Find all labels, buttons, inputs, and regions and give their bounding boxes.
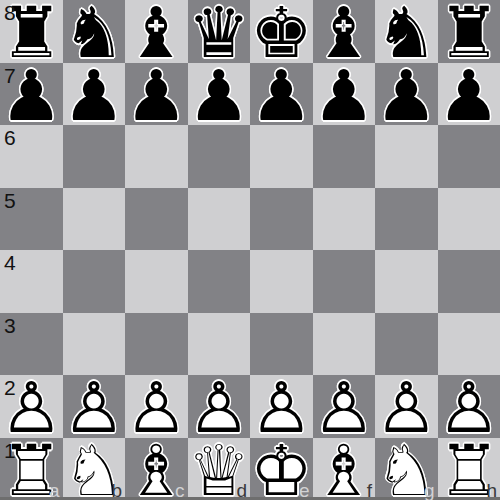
black-bishop-icon[interactable]: ♝♝ <box>125 0 188 63</box>
white-knight-icon[interactable]: ♞♘ <box>375 438 438 500</box>
piece-outline-layer: ♘ <box>63 440 126 500</box>
rank-label-5: 5 <box>4 189 16 213</box>
square-b3[interactable] <box>63 313 126 376</box>
square-f1[interactable]: f♝♗ <box>313 438 376 500</box>
square-a6[interactable]: 6 <box>0 125 63 188</box>
piece-outline-layer: ♞ <box>63 2 126 65</box>
white-pawn-icon[interactable]: ♟♙ <box>313 375 376 438</box>
square-b1[interactable]: b♞♘ <box>63 438 126 500</box>
square-f3[interactable] <box>313 313 376 376</box>
piece-outline-layer: ♙ <box>188 377 251 440</box>
piece-fill-layer: ♝ <box>125 2 188 65</box>
piece-fill-layer: ♟ <box>63 65 126 128</box>
piece-fill-layer: ♟ <box>63 377 126 440</box>
square-e1[interactable]: e♚♔ <box>250 438 313 500</box>
piece-outline-layer: ♙ <box>250 377 313 440</box>
square-c3[interactable] <box>125 313 188 376</box>
black-pawn-icon[interactable]: ♟♟ <box>313 63 376 126</box>
square-d7[interactable]: ♟♟ <box>188 63 251 126</box>
square-c1[interactable]: c♝♗ <box>125 438 188 500</box>
piece-fill-layer: ♜ <box>438 440 500 500</box>
square-e2[interactable]: ♟♙ <box>250 375 313 438</box>
piece-fill-layer: ♞ <box>375 2 438 65</box>
white-pawn-icon[interactable]: ♟♙ <box>63 375 126 438</box>
piece-outline-layer: ♟ <box>438 65 500 128</box>
square-b7[interactable]: ♟♟ <box>63 63 126 126</box>
piece-fill-layer: ♟ <box>125 65 188 128</box>
piece-fill-layer: ♟ <box>313 65 376 128</box>
piece-outline-layer: ♟ <box>125 65 188 128</box>
square-h1[interactable]: h♜♖ <box>438 438 500 500</box>
square-e6[interactable] <box>250 125 313 188</box>
black-queen-icon[interactable]: ♛♛ <box>188 0 251 63</box>
square-h2[interactable]: ♟♙ <box>438 375 500 438</box>
piece-fill-layer: ♝ <box>125 440 188 500</box>
piece-fill-layer: ♟ <box>125 377 188 440</box>
piece-outline-layer: ♗ <box>125 440 188 500</box>
black-pawn-icon[interactable]: ♟♟ <box>63 63 126 126</box>
piece-fill-layer: ♜ <box>0 2 63 65</box>
black-bishop-icon[interactable]: ♝♝ <box>313 0 376 63</box>
piece-outline-layer: ♟ <box>250 65 313 128</box>
square-a1[interactable]: 1a♜♖ <box>0 438 63 500</box>
piece-outline-layer: ♞ <box>375 2 438 65</box>
square-h4[interactable] <box>438 250 500 313</box>
square-g5[interactable] <box>375 188 438 251</box>
black-pawn-icon[interactable]: ♟♟ <box>250 63 313 126</box>
white-pawn-icon[interactable]: ♟♙ <box>438 375 500 438</box>
piece-outline-layer: ♝ <box>125 2 188 65</box>
square-a7[interactable]: 7♟♟ <box>0 63 63 126</box>
white-pawn-icon[interactable]: ♟♙ <box>0 375 63 438</box>
square-f5[interactable] <box>313 188 376 251</box>
square-a8[interactable]: 8♜♜ <box>0 0 63 63</box>
black-pawn-icon[interactable]: ♟♟ <box>188 63 251 126</box>
white-pawn-icon[interactable]: ♟♙ <box>188 375 251 438</box>
piece-fill-layer: ♟ <box>0 377 63 440</box>
piece-fill-layer: ♟ <box>438 377 500 440</box>
square-h5[interactable] <box>438 188 500 251</box>
piece-fill-layer: ♞ <box>375 440 438 500</box>
black-rook-icon[interactable]: ♜♜ <box>438 0 500 63</box>
piece-fill-layer: ♛ <box>188 2 251 65</box>
piece-outline-layer: ♙ <box>313 377 376 440</box>
square-b8[interactable]: ♞♞ <box>63 0 126 63</box>
square-b6[interactable] <box>63 125 126 188</box>
square-g4[interactable] <box>375 250 438 313</box>
square-h8[interactable]: ♜♜ <box>438 0 500 63</box>
square-c2[interactable]: ♟♙ <box>125 375 188 438</box>
square-f4[interactable] <box>313 250 376 313</box>
square-c7[interactable]: ♟♟ <box>125 63 188 126</box>
piece-outline-layer: ♔ <box>250 440 313 500</box>
black-pawn-icon[interactable]: ♟♟ <box>375 63 438 126</box>
white-queen-icon[interactable]: ♛♕ <box>188 438 251 500</box>
piece-fill-layer: ♟ <box>188 377 251 440</box>
square-f6[interactable] <box>313 125 376 188</box>
white-rook-icon[interactable]: ♜♖ <box>0 438 63 500</box>
square-d5[interactable] <box>188 188 251 251</box>
square-h6[interactable] <box>438 125 500 188</box>
piece-fill-layer: ♜ <box>438 2 500 65</box>
square-e3[interactable] <box>250 313 313 376</box>
piece-fill-layer: ♝ <box>313 440 376 500</box>
square-h3[interactable] <box>438 313 500 376</box>
piece-outline-layer: ♟ <box>375 65 438 128</box>
piece-outline-layer: ♜ <box>0 2 63 65</box>
white-pawn-icon[interactable]: ♟♙ <box>375 375 438 438</box>
piece-outline-layer: ♛ <box>188 2 251 65</box>
rank-label-4: 4 <box>4 251 16 275</box>
black-pawn-icon[interactable]: ♟♟ <box>438 63 500 126</box>
square-b2[interactable]: ♟♙ <box>63 375 126 438</box>
square-a3[interactable]: 3 <box>0 313 63 376</box>
square-e4[interactable] <box>250 250 313 313</box>
black-king-icon[interactable]: ♚♚ <box>250 0 313 63</box>
square-d8[interactable]: ♛♛ <box>188 0 251 63</box>
square-e8[interactable]: ♚♚ <box>250 0 313 63</box>
piece-outline-layer: ♙ <box>375 377 438 440</box>
square-d6[interactable] <box>188 125 251 188</box>
white-rook-icon[interactable]: ♜♖ <box>438 438 500 500</box>
square-e7[interactable]: ♟♟ <box>250 63 313 126</box>
piece-outline-layer: ♙ <box>0 377 63 440</box>
piece-outline-layer: ♙ <box>125 377 188 440</box>
white-pawn-icon[interactable]: ♟♙ <box>250 375 313 438</box>
square-a4[interactable]: 4 <box>0 250 63 313</box>
square-c6[interactable] <box>125 125 188 188</box>
square-g2[interactable]: ♟♙ <box>375 375 438 438</box>
square-h7[interactable]: ♟♟ <box>438 63 500 126</box>
piece-fill-layer: ♟ <box>250 65 313 128</box>
square-f2[interactable]: ♟♙ <box>313 375 376 438</box>
piece-fill-layer: ♞ <box>63 440 126 500</box>
square-a2[interactable]: 2♟♙ <box>0 375 63 438</box>
square-c5[interactable] <box>125 188 188 251</box>
black-knight-icon[interactable]: ♞♞ <box>63 0 126 63</box>
square-g1[interactable]: g♞♘ <box>375 438 438 500</box>
square-g6[interactable] <box>375 125 438 188</box>
piece-fill-layer: ♟ <box>188 65 251 128</box>
white-bishop-icon[interactable]: ♝♗ <box>125 438 188 500</box>
square-e5[interactable] <box>250 188 313 251</box>
piece-outline-layer: ♟ <box>188 65 251 128</box>
square-b4[interactable] <box>63 250 126 313</box>
piece-outline-layer: ♜ <box>438 2 500 65</box>
square-f8[interactable]: ♝♝ <box>313 0 376 63</box>
piece-fill-layer: ♟ <box>375 65 438 128</box>
piece-outline-layer: ♘ <box>375 440 438 500</box>
piece-outline-layer: ♖ <box>0 440 63 500</box>
square-d2[interactable]: ♟♙ <box>188 375 251 438</box>
piece-outline-layer: ♟ <box>0 65 63 128</box>
piece-outline-layer: ♟ <box>63 65 126 128</box>
white-knight-icon[interactable]: ♞♘ <box>63 438 126 500</box>
square-d3[interactable] <box>188 313 251 376</box>
square-g7[interactable]: ♟♟ <box>375 63 438 126</box>
square-a5[interactable]: 5 <box>0 188 63 251</box>
square-d1[interactable]: d♛♕ <box>188 438 251 500</box>
black-rook-icon[interactable]: ♜♜ <box>0 0 63 63</box>
square-c4[interactable] <box>125 250 188 313</box>
piece-fill-layer: ♟ <box>250 377 313 440</box>
piece-outline-layer: ♙ <box>438 377 500 440</box>
piece-fill-layer: ♟ <box>438 65 500 128</box>
rank-label-3: 3 <box>4 314 16 338</box>
piece-outline-layer: ♚ <box>250 2 313 65</box>
piece-outline-layer: ♙ <box>63 377 126 440</box>
square-g3[interactable] <box>375 313 438 376</box>
piece-fill-layer: ♟ <box>313 377 376 440</box>
piece-fill-layer: ♚ <box>250 2 313 65</box>
piece-fill-layer: ♜ <box>0 440 63 500</box>
white-pawn-icon[interactable]: ♟♙ <box>125 375 188 438</box>
piece-fill-layer: ♚ <box>250 440 313 500</box>
black-knight-icon[interactable]: ♞♞ <box>375 0 438 63</box>
piece-fill-layer: ♟ <box>0 65 63 128</box>
black-pawn-icon[interactable]: ♟♟ <box>125 63 188 126</box>
square-d4[interactable] <box>188 250 251 313</box>
square-f7[interactable]: ♟♟ <box>313 63 376 126</box>
chess-board: 8♜♜♞♞♝♝♛♛♚♚♝♝♞♞♜♜7♟♟♟♟♟♟♟♟♟♟♟♟♟♟♟♟65432♟… <box>0 0 500 500</box>
piece-outline-layer: ♖ <box>438 440 500 500</box>
piece-outline-layer: ♗ <box>313 440 376 500</box>
white-bishop-icon[interactable]: ♝♗ <box>313 438 376 500</box>
piece-outline-layer: ♝ <box>313 2 376 65</box>
black-pawn-icon[interactable]: ♟♟ <box>0 63 63 126</box>
rank-label-6: 6 <box>4 126 16 150</box>
piece-fill-layer: ♟ <box>375 377 438 440</box>
chess-board-screen: 8♜♜♞♞♝♝♛♛♚♚♝♝♞♞♜♜7♟♟♟♟♟♟♟♟♟♟♟♟♟♟♟♟65432♟… <box>0 0 500 500</box>
piece-outline-layer: ♟ <box>313 65 376 128</box>
square-g8[interactable]: ♞♞ <box>375 0 438 63</box>
piece-outline-layer: ♕ <box>188 440 251 500</box>
white-king-icon[interactable]: ♚♔ <box>250 438 313 500</box>
piece-fill-layer: ♞ <box>63 2 126 65</box>
square-b5[interactable] <box>63 188 126 251</box>
piece-fill-layer: ♛ <box>188 440 251 500</box>
piece-fill-layer: ♝ <box>313 2 376 65</box>
square-c8[interactable]: ♝♝ <box>125 0 188 63</box>
